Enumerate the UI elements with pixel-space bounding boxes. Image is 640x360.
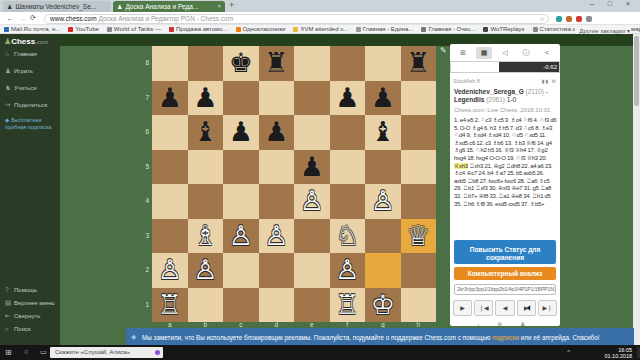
board-square-h5[interactable] (401, 150, 437, 185)
bookmark-star-icon[interactable]: ☆ (540, 15, 545, 23)
players-line: Vedenichev_Serega_G (2110) - Legendiis (… (454, 88, 557, 104)
bookmark-item[interactable]: Главная - Очко... (421, 26, 475, 32)
board-square-g6[interactable]: ♝ (365, 115, 401, 150)
chess-piece-N-f3[interactable]: ♘ (330, 219, 366, 254)
subscription-link[interactable]: подписки (492, 334, 519, 341)
move-navigation: ▶❘◀◀▶➤▶❘ (453, 300, 557, 317)
chess-piece-P-a2[interactable]: ♙ (152, 253, 188, 288)
board-square-f3[interactable]: ♘ (330, 219, 366, 254)
board-square-c6[interactable]: ♟ (223, 115, 259, 150)
chess-piece-b-b6[interactable]: ♝ (188, 115, 224, 150)
sidebar-item-играть[interactable]: ♟Играть (5, 67, 33, 75)
info-icon[interactable]: ⓘ (518, 47, 534, 59)
board-square-b3[interactable]: ♗ (188, 219, 224, 254)
board-square-d6[interactable]: ♟ (259, 115, 295, 150)
chess-piece-b-g6[interactable]: ♝ (365, 115, 401, 150)
rank-label-6: 6 (136, 128, 149, 135)
chess-piece-R-a1[interactable]: ♖ (152, 288, 188, 323)
sidebar-icon: ? (5, 286, 14, 293)
microphone-icon[interactable] (155, 350, 160, 355)
sidebar-item-поделиться[interactable]: ↪Поделиться (5, 101, 47, 109)
white-player-name: Vedenichev_Serega_G (454, 88, 524, 95)
search-icon[interactable]: ○ (24, 348, 28, 355)
white-rating: (2110) (526, 88, 544, 95)
board-square-e2[interactable] (294, 253, 330, 288)
extension-icon[interactable] (566, 16, 572, 22)
board-square-g7[interactable]: ♟ (365, 81, 401, 116)
refresh-icon[interactable]: ⟳ (30, 14, 36, 22)
bookmark-favicon (483, 27, 488, 32)
computer-analysis-button[interactable]: Компьютерный анализ (454, 267, 556, 280)
chess-piece-K-g1[interactable]: ♔ (365, 288, 401, 323)
sidebar-icon: ⌕ (5, 325, 14, 333)
bookmark-item[interactable]: World of Tanks — (107, 26, 161, 32)
board-square-g2[interactable] (365, 253, 401, 288)
board-square-f6[interactable] (330, 115, 366, 150)
bookmark-favicon (533, 27, 538, 32)
board-square-a2[interactable]: ♙ (152, 253, 188, 288)
sidebar-icon: ⇤ (5, 312, 14, 320)
board-square-d7[interactable] (259, 81, 295, 116)
upgrade-status-button[interactable]: Повысить Статус для сохранения (454, 240, 556, 264)
board-square-a6[interactable] (152, 115, 188, 150)
browser-toolbar: ← → ⟳ www.chess.com Доска Анализа и Реда… (0, 12, 640, 25)
chesscom-sidebar: ♟Chess.com ⌂Главная♟Играть♞Учиться↪Подел… (0, 34, 60, 345)
chess-piece-p-f7[interactable]: ♟ (330, 81, 366, 116)
task-view-icon[interactable]: ▭ (40, 348, 47, 356)
start-button-icon[interactable]: ⊞ (5, 348, 12, 357)
current-move[interactable]: ♕xh3 (454, 163, 468, 169)
windows-taskbar: ⊞ ○ ▭ Скажите «Слушай, Алиса» ^ 16:05 01… (0, 345, 640, 360)
analysis-board-icon[interactable]: ▦ (476, 47, 492, 59)
browser-tabstrip: ♟Шахматы Vedenichev_Se... × ♟Доска Анали… (0, 0, 640, 12)
panel-tabs: ⊞▦◁ⓘ< (450, 46, 560, 60)
black-rating: (2061) (486, 96, 505, 103)
rank-label-8: 8 (136, 59, 149, 66)
board-square-b1[interactable] (188, 288, 224, 323)
tab-close-icon[interactable]: × (217, 1, 221, 12)
analysis-panel: ⊞▦◁ⓘ< -0.62 Stockfish 8 ▮▮ ⚙ Vedenichev_… (450, 44, 560, 326)
board-square-g4[interactable]: ♙ (365, 184, 401, 219)
chess-piece-Q-h3[interactable]: ♕ (401, 219, 437, 254)
browser-tab-active[interactable]: × ♟Доска Анализа и Реда... (113, 1, 225, 12)
chess-piece-r-h8[interactable]: ♜ (401, 46, 437, 81)
board-square-a7[interactable]: ♟ (152, 81, 188, 116)
black-player-name: Legendiis (454, 96, 484, 103)
board-square-e3[interactable] (294, 219, 330, 254)
board-square-g8[interactable] (365, 46, 401, 81)
sidebar-item-главная[interactable]: ⌂Главная (5, 50, 37, 57)
extension-icon[interactable] (586, 16, 592, 22)
board-square-h4[interactable] (401, 184, 437, 219)
edit-pencil-icon[interactable]: ✎ (440, 46, 447, 55)
board-square-b6[interactable]: ♝ (188, 115, 224, 150)
board-square-d8[interactable]: ♜ (259, 46, 295, 81)
bookmark-favicon (293, 27, 298, 32)
board-square-c8[interactable]: ♚ (223, 46, 259, 81)
board-square-c4[interactable] (223, 184, 259, 219)
board-square-d2[interactable] (259, 253, 295, 288)
move-list[interactable]: 1. e4 e5 2. ♘c3 ♗c5 3. ♗c4 ♘f6 4. ♘f3 d6… (454, 117, 557, 237)
diamond-icon: ◆ (5, 117, 9, 123)
board-square-g1[interactable]: ♔ (365, 288, 401, 323)
board-square-f2[interactable]: ♙ (330, 253, 366, 288)
board-square-d3[interactable]: ♙ (259, 219, 295, 254)
clock[interactable]: 16:05 01.10.2018 (604, 347, 632, 359)
board-square-c1[interactable] (223, 288, 259, 323)
board-square-g3[interactable] (365, 219, 401, 254)
extension-icon[interactable] (576, 16, 582, 22)
sidebar-item-свернуть[interactable]: ⇤Свернуть (5, 312, 40, 320)
board-square-f8[interactable] (330, 46, 366, 81)
other-bookmarks-button[interactable]: Другие закладки ▾ (575, 27, 630, 34)
sidebar-item-trial[interactable]: ◆Бесплатная пробная подписка (5, 117, 59, 131)
diamond-icon: ◈ (131, 333, 136, 341)
bookmark-item[interactable]: WoTReplays (483, 26, 524, 32)
adblock-notification: ◈ Мы заметили, что Вы используете блокир… (126, 328, 634, 345)
chess-piece-P-g4[interactable]: ♙ (365, 184, 401, 219)
board-square-h3[interactable]: ♕ (401, 219, 437, 254)
bookmark-item[interactable]: Одноклассники (236, 26, 286, 32)
bookmark-favicon (68, 27, 73, 32)
chess-piece-p-d6[interactable]: ♟ (259, 115, 295, 150)
sidebar-item-поиск[interactable]: ⌕Поиск (5, 325, 31, 333)
sidebar-item-верхнее меню[interactable]: ▤Верхнее меню (5, 299, 55, 307)
board-square-b4[interactable] (188, 184, 224, 219)
engine-settings-icons[interactable]: ▮▮ ⚙ (542, 78, 557, 84)
sidebar-item-помощь[interactable]: ?Помощь (5, 286, 37, 293)
browser-tab-inactive[interactable]: ♟Шахматы Vedenichev_Se... (3, 1, 111, 12)
bookmark-item[interactable]: Продажа автомо... (169, 26, 228, 32)
bookmark-item[interactable]: Главная - Едина... (356, 26, 414, 32)
chess-piece-P-e4[interactable]: ♙ (294, 184, 330, 219)
board-square-c3[interactable]: ♙ (223, 219, 259, 254)
bookmark-favicon (4, 27, 9, 32)
sidebar-icon: ⌂ (5, 50, 14, 57)
bookmark-favicon (421, 27, 426, 32)
board-square-a1[interactable]: ♖ (152, 288, 188, 323)
chess-piece-P-b2[interactable]: ♙ (188, 253, 224, 288)
sidebar-icon: ♟ (5, 67, 14, 75)
tray-date: 01.10.2018 (604, 353, 632, 359)
rank-label-1: 1 (136, 301, 149, 308)
tab-favicon-icon: ♟ (7, 2, 12, 12)
event-line: Chess.com: Live Chess, 2018.10.01 (454, 107, 557, 113)
url-page-title: Доска Анализа и Редактор PGN - Chess.com (98, 15, 233, 22)
tray-expand-icon[interactable]: ^ (567, 349, 570, 355)
chess-piece-B-b3[interactable]: ♗ (188, 219, 224, 254)
rank-label-2: 2 (136, 266, 149, 273)
board-square-f5[interactable] (330, 150, 366, 185)
bookmark-favicon (236, 27, 241, 32)
board-square-h1[interactable] (401, 288, 437, 323)
rank-label-4: 4 (136, 197, 149, 204)
window-controls[interactable]: – □ × (590, 0, 636, 7)
board-square-f7[interactable]: ♟ (330, 81, 366, 116)
rank-label-5: 5 (136, 163, 149, 170)
next-move-button[interactable]: ▶➤ (517, 300, 536, 316)
tab-title: Шахматы Vedenichev_Se... (15, 3, 96, 10)
rank-label-7: 7 (136, 94, 149, 101)
board-square-b8[interactable] (188, 46, 224, 81)
panel-footer-icons[interactable]: ↓ ⊕ ♟ (450, 320, 560, 327)
bookmark-item[interactable]: Mail.Ru почта, н... (4, 26, 60, 32)
rank-label-3: 3 (136, 232, 149, 239)
bookmark-favicon (169, 27, 174, 32)
extension-icon[interactable] (556, 16, 562, 22)
board-square-e1[interactable] (294, 288, 330, 323)
board-square-a4[interactable] (152, 184, 188, 219)
chess-piece-p-g7[interactable]: ♟ (365, 81, 401, 116)
chess-piece-R-f1[interactable]: ♖ (330, 288, 366, 323)
board-square-b7[interactable]: ♟ (188, 81, 224, 116)
game-result: 1-0 (507, 96, 516, 103)
sidebar-icon: ♞ (5, 84, 14, 92)
evaluation-value: -0.62 (543, 64, 557, 70)
back-icon[interactable]: ← (6, 14, 14, 23)
url-text: www.chess.com (50, 15, 97, 22)
fen-input[interactable]: 2kr3r/pp3pp1/1bpp2b1/4p3/4P1P1/1BPP1N1Q/… (454, 284, 556, 295)
board-square-d1[interactable] (259, 288, 295, 323)
board-square-b5[interactable] (188, 150, 224, 185)
bookmark-item[interactable]: YouTube (68, 26, 99, 32)
board-square-d5[interactable] (259, 150, 295, 185)
board-square-c7[interactable] (223, 81, 259, 116)
board-square-h8[interactable]: ♜ (401, 46, 437, 81)
tab-favicon-icon: ♟ (117, 2, 122, 12)
chess-piece-r-d8[interactable]: ♜ (259, 46, 295, 81)
board-square-a5[interactable] (152, 150, 188, 185)
chess-piece-P-f2[interactable]: ♙ (330, 253, 366, 288)
bookmark-item[interactable]: XVM attended v... (293, 26, 347, 32)
engine-name: Stockfish 8 (453, 78, 480, 84)
mouse-cursor: ➤ (522, 302, 538, 314)
sound-icon[interactable]: ◁ (497, 47, 513, 59)
tab-title: Доска Анализа и Реда... (125, 3, 198, 10)
bookmark-favicon (356, 27, 361, 32)
new-tab-button[interactable]: + (229, 0, 234, 10)
chess-piece-p-c6[interactable]: ♟ (223, 115, 259, 150)
board-square-f1[interactable]: ♖ (330, 288, 366, 323)
board-square-e6[interactable] (294, 115, 330, 150)
sidebar-item-учиться[interactable]: ♞Учиться (5, 84, 36, 92)
board-square-e4[interactable]: ♙ (294, 184, 330, 219)
sidebar-icon: ↪ (5, 101, 14, 109)
chess-piece-P-d3[interactable]: ♙ (259, 219, 295, 254)
board-square-g5[interactable] (365, 150, 401, 185)
bookmark-favicon (107, 27, 112, 32)
board-square-f4[interactable] (330, 184, 366, 219)
board-square-h2[interactable] (401, 253, 437, 288)
chess-piece-p-e5[interactable]: ♟ (294, 150, 330, 185)
board-square-e8[interactable] (294, 46, 330, 81)
setup-board-icon[interactable]: ⊞ (455, 47, 471, 59)
alisa-search-box[interactable]: Скажите «Слушай, Алиса» (50, 347, 163, 358)
chess-piece-p-b7[interactable]: ♟ (188, 81, 224, 116)
chesscom-logo[interactable]: ♟Chess.com (4, 37, 48, 46)
board-square-a8[interactable] (152, 46, 188, 81)
chess-piece-p-a7[interactable]: ♟ (152, 81, 188, 116)
scrollbar-thumb[interactable] (634, 36, 639, 106)
board-square-e7[interactable] (294, 81, 330, 116)
board-square-h7[interactable] (401, 81, 437, 116)
prev-move-button[interactable]: ◀ (495, 300, 514, 316)
board-square-h6[interactable] (401, 115, 437, 150)
board-square-d4[interactable] (259, 184, 295, 219)
last-move-button[interactable]: ▶❘ (538, 300, 557, 316)
chess-piece-P-c3[interactable]: ♙ (223, 219, 259, 254)
board-square-c5[interactable] (223, 150, 259, 185)
engine-row: Stockfish 8 ▮▮ ⚙ (453, 78, 557, 84)
chess-board: ♚♜♜♟♟♟♟♝♟♟♝♟♙♙♗♙♙♘♕♙♙♙♖♖♔ (152, 46, 436, 322)
play-button[interactable]: ▶ (453, 300, 472, 316)
bookmarks-bar: Mail.Ru почта, н...YouTubeWorld of Tanks… (0, 25, 640, 34)
evaluation-bar: -0.62 (450, 61, 560, 73)
forward-icon[interactable]: → (18, 14, 26, 23)
chess-piece-k-c8[interactable]: ♚ (223, 46, 259, 81)
board-square-b2[interactable]: ♙ (188, 253, 224, 288)
board-square-e5[interactable]: ♟ (294, 150, 330, 185)
desktop-screenshot: ♟Шахматы Vedenichev_Se... × ♟Доска Анали… (0, 0, 640, 360)
first-move-button[interactable]: ❘◀ (474, 300, 493, 316)
address-bar[interactable]: www.chess.com Доска Анализа и Редактор P… (44, 14, 549, 24)
board-square-a3[interactable] (152, 219, 188, 254)
share-icon[interactable]: < (539, 47, 555, 59)
board-square-c2[interactable] (223, 253, 259, 288)
sidebar-icon: ▤ (5, 299, 14, 307)
